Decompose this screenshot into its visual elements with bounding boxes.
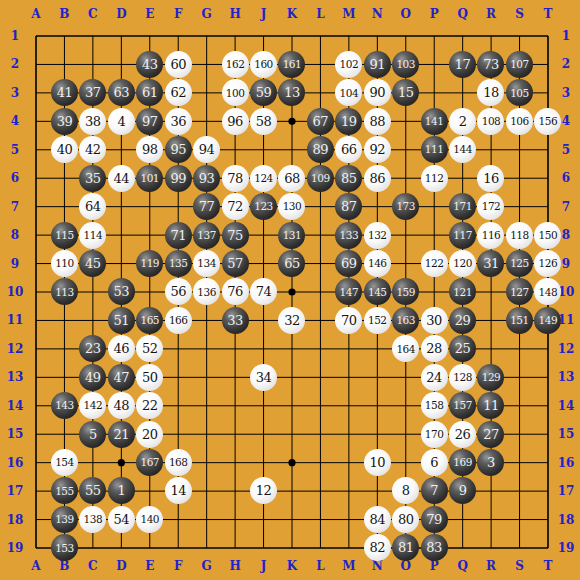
row-label-right-6: 6 bbox=[562, 172, 570, 184]
stone-white-move-42-C5: 42 bbox=[79, 136, 106, 163]
stone-black-move-137-G8: 137 bbox=[193, 222, 220, 249]
stone-white-move-66-M5: 66 bbox=[335, 136, 362, 163]
row-label-left-8: 8 bbox=[11, 229, 19, 241]
row-label-left-1: 1 bbox=[11, 30, 19, 42]
stone-white-move-12-J17: 12 bbox=[250, 477, 277, 504]
stone-black-move-163-O11: 163 bbox=[392, 307, 419, 334]
stone-white-move-98-E5: 98 bbox=[136, 136, 163, 163]
col-label-top-B: B bbox=[59, 8, 69, 20]
stone-black-move-17-Q2: 17 bbox=[449, 51, 476, 78]
stone-white-move-114-C8: 114 bbox=[79, 222, 106, 249]
stone-black-move-141-P4: 141 bbox=[421, 108, 448, 135]
stone-black-move-39-B4: 39 bbox=[51, 108, 78, 135]
stone-white-move-40-B5: 40 bbox=[51, 136, 78, 163]
board-intersections[interactable]: 1234567891011121314151617181920212223242… bbox=[22, 22, 562, 562]
row-label-right-3: 3 bbox=[562, 87, 570, 99]
stone-black-move-67-L4: 67 bbox=[307, 108, 334, 135]
col-label-top-P: P bbox=[430, 8, 439, 20]
stone-white-move-16-R6: 16 bbox=[477, 165, 504, 192]
stone-white-move-166-F11: 166 bbox=[165, 307, 192, 334]
stone-white-move-100-H3: 100 bbox=[222, 79, 249, 106]
go-board: 19x19 go board kifu diagram with numbere… bbox=[0, 0, 580, 580]
stone-white-move-152-N11: 152 bbox=[364, 307, 391, 334]
stone-white-move-36-F4: 36 bbox=[165, 108, 192, 135]
stone-black-move-89-L5: 89 bbox=[307, 136, 334, 163]
stone-white-move-38-C4: 38 bbox=[79, 108, 106, 135]
stone-white-move-148-T10: 148 bbox=[534, 278, 561, 305]
stone-white-move-132-N8: 132 bbox=[364, 222, 391, 249]
stone-white-move-80-O18: 80 bbox=[392, 506, 419, 533]
stone-white-move-170-P15: 170 bbox=[421, 421, 448, 448]
stone-white-move-138-C18: 138 bbox=[79, 506, 106, 533]
stone-black-move-27-R15: 27 bbox=[477, 421, 504, 448]
stone-black-move-77-G7: 77 bbox=[193, 193, 220, 220]
stone-white-move-172-R7: 172 bbox=[477, 193, 504, 220]
stone-black-move-73-R2: 73 bbox=[477, 51, 504, 78]
stone-black-move-87-M7: 87 bbox=[335, 193, 362, 220]
stone-black-move-173-O7: 173 bbox=[392, 193, 419, 220]
stone-black-move-19-M4: 19 bbox=[335, 108, 362, 135]
stone-white-move-60-F2: 60 bbox=[165, 51, 192, 78]
row-label-right-5: 5 bbox=[562, 144, 570, 156]
stone-white-move-140-E18: 140 bbox=[136, 506, 163, 533]
stone-black-move-29-Q11: 29 bbox=[449, 307, 476, 334]
stone-black-move-157-Q14: 157 bbox=[449, 392, 476, 419]
stone-white-move-56-F10: 56 bbox=[165, 278, 192, 305]
col-label-top-N: N bbox=[372, 8, 383, 20]
stone-black-move-151-S11: 151 bbox=[506, 307, 533, 334]
col-label-top-C: C bbox=[88, 8, 98, 20]
stone-black-move-51-D11: 51 bbox=[108, 307, 135, 334]
stone-black-move-121-Q10: 121 bbox=[449, 278, 476, 305]
stone-white-move-164-O12: 164 bbox=[392, 335, 419, 362]
stone-black-move-81-O19: 81 bbox=[392, 534, 419, 561]
stone-black-move-169-Q16: 169 bbox=[449, 449, 476, 476]
stone-white-move-24-P13: 24 bbox=[421, 364, 448, 391]
stone-black-move-53-D10: 53 bbox=[108, 278, 135, 305]
stone-black-move-31-R9: 31 bbox=[477, 250, 504, 277]
stone-black-move-3-R16: 3 bbox=[477, 449, 504, 476]
stone-white-move-48-D14: 48 bbox=[108, 392, 135, 419]
stone-black-move-79-P18: 79 bbox=[421, 506, 448, 533]
stone-black-move-83-P19: 83 bbox=[421, 534, 448, 561]
stone-black-move-145-N10: 145 bbox=[364, 278, 391, 305]
stone-black-move-15-O3: 15 bbox=[392, 79, 419, 106]
stone-black-move-41-B3: 41 bbox=[51, 79, 78, 106]
stone-white-move-10-N16: 10 bbox=[364, 449, 391, 476]
stone-white-move-134-G9: 134 bbox=[193, 250, 220, 277]
stone-black-move-147-M10: 147 bbox=[335, 278, 362, 305]
stone-white-move-84-N18: 84 bbox=[364, 506, 391, 533]
stone-white-move-154-B16: 154 bbox=[51, 449, 78, 476]
row-label-left-2: 2 bbox=[11, 58, 19, 70]
col-label-top-F: F bbox=[174, 8, 183, 20]
stone-white-move-82-N19: 82 bbox=[364, 534, 391, 561]
stone-black-move-133-M8: 133 bbox=[335, 222, 362, 249]
stone-black-move-91-N2: 91 bbox=[364, 51, 391, 78]
stone-white-move-64-C7: 64 bbox=[79, 193, 106, 220]
stone-white-move-68-K6: 68 bbox=[278, 165, 305, 192]
stone-white-move-86-N6: 86 bbox=[364, 165, 391, 192]
stone-white-move-44-D6: 44 bbox=[108, 165, 135, 192]
row-label-right-2: 2 bbox=[562, 58, 570, 70]
stone-black-move-127-S10: 127 bbox=[506, 278, 533, 305]
stone-white-move-108-R4: 108 bbox=[477, 108, 504, 135]
row-label-right-8: 8 bbox=[562, 229, 570, 241]
stone-black-move-161-K2: 161 bbox=[278, 51, 305, 78]
col-label-top-A: A bbox=[31, 8, 40, 20]
stone-white-move-78-H6: 78 bbox=[222, 165, 249, 192]
stone-black-move-55-C17: 55 bbox=[79, 477, 106, 504]
row-label-left-9: 9 bbox=[11, 258, 19, 270]
stone-white-move-142-C14: 142 bbox=[79, 392, 106, 419]
stone-black-move-159-O10: 159 bbox=[392, 278, 419, 305]
stone-black-move-61-E3: 61 bbox=[136, 79, 163, 106]
stone-black-move-7-P17: 7 bbox=[421, 477, 448, 504]
stone-white-move-72-H7: 72 bbox=[222, 193, 249, 220]
stone-black-move-139-B18: 139 bbox=[51, 506, 78, 533]
stone-white-move-8-O17: 8 bbox=[392, 477, 419, 504]
stone-white-move-30-P11: 30 bbox=[421, 307, 448, 334]
col-label-top-J: J bbox=[261, 8, 267, 20]
stone-black-move-123-J7: 123 bbox=[250, 193, 277, 220]
stone-white-move-50-E13: 50 bbox=[136, 364, 163, 391]
stone-black-move-129-R13: 129 bbox=[477, 364, 504, 391]
stone-white-move-168-F16: 168 bbox=[165, 449, 192, 476]
stone-white-move-144-Q5: 144 bbox=[449, 136, 476, 163]
stone-white-move-46-D12: 46 bbox=[108, 335, 135, 362]
stone-black-move-103-O2: 103 bbox=[392, 51, 419, 78]
stone-white-move-90-N3: 90 bbox=[364, 79, 391, 106]
col-label-top-E: E bbox=[145, 8, 154, 20]
stone-white-move-4-D4: 4 bbox=[108, 108, 135, 135]
stone-black-move-75-H8: 75 bbox=[222, 222, 249, 249]
stone-white-move-34-J13: 34 bbox=[250, 364, 277, 391]
stone-black-move-99-F6: 99 bbox=[165, 165, 192, 192]
stone-black-move-171-Q7: 171 bbox=[449, 193, 476, 220]
stone-white-move-6-P16: 6 bbox=[421, 449, 448, 476]
stone-black-move-33-H11: 33 bbox=[222, 307, 249, 334]
stone-white-move-150-T8: 150 bbox=[534, 222, 561, 249]
row-label-left-5: 5 bbox=[11, 144, 19, 156]
col-label-top-M: M bbox=[342, 8, 355, 20]
row-label-left-6: 6 bbox=[11, 172, 19, 184]
col-label-top-R: R bbox=[486, 8, 496, 20]
stone-white-move-74-J10: 74 bbox=[250, 278, 277, 305]
stone-white-move-70-M11: 70 bbox=[335, 307, 362, 334]
col-label-top-Q: Q bbox=[457, 8, 467, 20]
stone-black-move-9-Q17: 9 bbox=[449, 477, 476, 504]
col-label-top-K: K bbox=[287, 8, 297, 20]
stone-black-move-13-K3: 13 bbox=[278, 79, 305, 106]
stone-black-move-131-K8: 131 bbox=[278, 222, 305, 249]
stone-black-move-69-M9: 69 bbox=[335, 250, 362, 277]
col-label-top-L: L bbox=[316, 8, 324, 20]
row-label-left-3: 3 bbox=[11, 87, 19, 99]
row-label-left-4: 4 bbox=[11, 115, 19, 127]
stone-black-move-1-D17: 1 bbox=[108, 477, 135, 504]
stone-black-move-107-S2: 107 bbox=[506, 51, 533, 78]
col-label-top-O: O bbox=[401, 8, 411, 20]
stone-white-move-110-B9: 110 bbox=[51, 250, 78, 277]
stone-white-move-112-P6: 112 bbox=[421, 165, 448, 192]
stone-black-move-155-B17: 155 bbox=[51, 477, 78, 504]
stone-white-move-26-Q15: 26 bbox=[449, 421, 476, 448]
stone-black-move-37-C3: 37 bbox=[79, 79, 106, 106]
stone-black-move-49-C13: 49 bbox=[79, 364, 106, 391]
stone-white-move-120-Q9: 120 bbox=[449, 250, 476, 277]
stone-white-move-158-P14: 158 bbox=[421, 392, 448, 419]
stone-black-move-111-P5: 111 bbox=[421, 136, 448, 163]
stone-black-move-45-C9: 45 bbox=[79, 250, 106, 277]
stone-black-move-105-S3: 105 bbox=[506, 79, 533, 106]
stone-black-move-153-B19: 153 bbox=[51, 534, 78, 561]
col-label-top-D: D bbox=[116, 8, 126, 20]
stone-black-move-23-C12: 23 bbox=[79, 335, 106, 362]
stone-black-move-97-E4: 97 bbox=[136, 108, 163, 135]
row-label-right-9: 9 bbox=[562, 258, 570, 270]
stone-black-move-63-D3: 63 bbox=[108, 79, 135, 106]
stone-black-move-149-T11: 149 bbox=[534, 307, 561, 334]
stone-white-move-106-S4: 106 bbox=[506, 108, 533, 135]
stone-white-move-76-H10: 76 bbox=[222, 278, 249, 305]
stone-black-move-143-B14: 143 bbox=[51, 392, 78, 419]
stone-black-move-35-C6: 35 bbox=[79, 165, 106, 192]
stone-white-move-32-K11: 32 bbox=[278, 307, 305, 334]
stone-white-move-14-F17: 14 bbox=[165, 477, 192, 504]
stone-white-move-128-Q13: 128 bbox=[449, 364, 476, 391]
stone-black-move-109-L6: 109 bbox=[307, 165, 334, 192]
stone-white-move-62-F3: 62 bbox=[165, 79, 192, 106]
stone-white-move-58-J4: 58 bbox=[250, 108, 277, 135]
stone-black-move-113-B10: 113 bbox=[51, 278, 78, 305]
col-label-top-T: T bbox=[544, 8, 553, 20]
stone-black-move-85-M6: 85 bbox=[335, 165, 362, 192]
stone-white-move-52-E12: 52 bbox=[136, 335, 163, 362]
stone-white-move-102-M2: 102 bbox=[335, 51, 362, 78]
stone-black-move-115-B8: 115 bbox=[51, 222, 78, 249]
stone-white-move-124-J6: 124 bbox=[250, 165, 277, 192]
stone-white-move-20-E15: 20 bbox=[136, 421, 163, 448]
stone-black-move-101-E6: 101 bbox=[136, 165, 163, 192]
stone-black-move-59-J3: 59 bbox=[250, 79, 277, 106]
row-label-right-4: 4 bbox=[562, 115, 570, 127]
stone-white-move-146-N9: 146 bbox=[364, 250, 391, 277]
stone-white-move-160-J2: 160 bbox=[250, 51, 277, 78]
stone-white-move-136-G10: 136 bbox=[193, 278, 220, 305]
stone-white-move-22-E14: 22 bbox=[136, 392, 163, 419]
row-label-left-7: 7 bbox=[11, 201, 19, 213]
stone-black-move-65-K9: 65 bbox=[278, 250, 305, 277]
stone-white-move-96-H4: 96 bbox=[222, 108, 249, 135]
stone-black-move-167-E16: 167 bbox=[136, 449, 163, 476]
stone-white-move-126-T9: 126 bbox=[534, 250, 561, 277]
stone-black-move-5-C15: 5 bbox=[79, 421, 106, 448]
stone-white-move-122-P9: 122 bbox=[421, 250, 448, 277]
stone-white-move-92-N5: 92 bbox=[364, 136, 391, 163]
stone-black-move-135-F9: 135 bbox=[165, 250, 192, 277]
stone-white-move-18-R3: 18 bbox=[477, 79, 504, 106]
col-label-top-H: H bbox=[229, 8, 240, 20]
stone-black-move-93-G6: 93 bbox=[193, 165, 220, 192]
stone-black-move-71-F8: 71 bbox=[165, 222, 192, 249]
stone-white-move-130-K7: 130 bbox=[278, 193, 305, 220]
stone-white-move-118-S8: 118 bbox=[506, 222, 533, 249]
stone-white-move-162-H2: 162 bbox=[222, 51, 249, 78]
stone-white-move-2-Q4: 2 bbox=[449, 108, 476, 135]
stone-white-move-54-D18: 54 bbox=[108, 506, 135, 533]
stone-black-move-95-F5: 95 bbox=[165, 136, 192, 163]
col-label-top-G: G bbox=[202, 8, 212, 20]
stone-black-move-21-D15: 21 bbox=[108, 421, 135, 448]
stone-white-move-156-T4: 156 bbox=[534, 108, 561, 135]
stone-black-move-125-S9: 125 bbox=[506, 250, 533, 277]
stone-black-move-117-Q8: 117 bbox=[449, 222, 476, 249]
stone-white-move-28-P12: 28 bbox=[421, 335, 448, 362]
row-label-right-1: 1 bbox=[562, 30, 570, 42]
stone-white-move-104-M3: 104 bbox=[335, 79, 362, 106]
stone-black-move-43-E2: 43 bbox=[136, 51, 163, 78]
stone-black-move-119-E9: 119 bbox=[136, 250, 163, 277]
stone-black-move-25-Q12: 25 bbox=[449, 335, 476, 362]
stone-white-move-88-N4: 88 bbox=[364, 108, 391, 135]
col-label-top-S: S bbox=[515, 8, 524, 20]
stone-black-move-57-H9: 57 bbox=[222, 250, 249, 277]
stone-black-move-165-E11: 165 bbox=[136, 307, 163, 334]
row-label-right-7: 7 bbox=[562, 201, 570, 213]
stone-black-move-47-D13: 47 bbox=[108, 364, 135, 391]
stone-black-move-11-R14: 11 bbox=[477, 392, 504, 419]
stone-white-move-94-G5: 94 bbox=[193, 136, 220, 163]
stone-white-move-116-R8: 116 bbox=[477, 222, 504, 249]
